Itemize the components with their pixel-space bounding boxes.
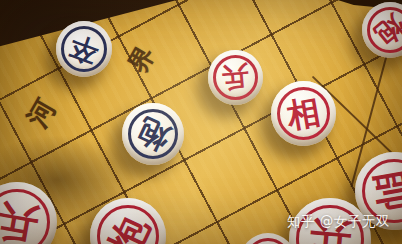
xiangqi-photo: 河 界 卒 炮 兵 相 炮 帥 兵 炮 — [0, 0, 402, 244]
piece-character: 帥 — [371, 168, 402, 214]
piece-black-cannon[interactable]: 炮 — [122, 103, 184, 165]
piece-red-soldier-top[interactable]: 兵 — [208, 50, 263, 105]
piece-face: 兵 — [0, 189, 50, 244]
watermark-text: 知乎 @女子无双 — [287, 213, 390, 231]
piece-character: 相 — [284, 94, 322, 132]
piece-black-soldier[interactable]: 卒 — [56, 21, 112, 77]
piece-red-elephant[interactable]: 相 — [271, 81, 336, 146]
piece-face: 相 — [277, 87, 330, 140]
piece-face: 炮 — [97, 205, 159, 244]
piece-face: 卒 — [61, 26, 107, 72]
piece-character: 炮 — [132, 113, 173, 154]
piece-character: 兵 — [0, 198, 41, 244]
piece-character: 炮 — [102, 210, 154, 244]
piece-character: 卒 — [66, 31, 102, 67]
piece-character: 兵 — [221, 63, 250, 92]
piece-face: 兵 — [213, 55, 258, 100]
piece-face: 炮 — [128, 109, 179, 160]
piece-character: 炮 — [370, 10, 402, 49]
piece-face — [245, 238, 291, 244]
piece-face: 炮 — [367, 7, 402, 53]
